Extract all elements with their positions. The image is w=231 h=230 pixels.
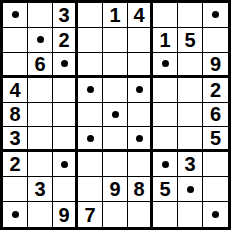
sudoku-cell[interactable] <box>78 127 103 152</box>
sudoku-cell[interactable] <box>178 202 203 227</box>
sudoku-cell[interactable] <box>178 103 203 128</box>
sudoku-cell[interactable] <box>203 28 228 53</box>
sudoku-cell[interactable] <box>78 28 103 53</box>
sudoku-cell[interactable] <box>28 78 53 103</box>
sudoku-cell[interactable]: 3 <box>53 3 78 28</box>
dot-marker <box>212 11 219 18</box>
given-digit: 3 <box>184 154 195 174</box>
sudoku-cell[interactable] <box>28 28 53 53</box>
sudoku-cell[interactable] <box>103 53 128 78</box>
sudoku-cell[interactable] <box>28 3 53 28</box>
sudoku-cell[interactable] <box>53 103 78 128</box>
dot-marker <box>87 86 94 93</box>
sudoku-cell[interactable] <box>128 152 153 177</box>
sudoku-cell[interactable] <box>128 78 153 103</box>
dot-marker <box>37 36 44 43</box>
given-digit: 9 <box>58 205 69 225</box>
given-digit: 6 <box>210 104 221 124</box>
given-digit: 6 <box>34 54 45 74</box>
sudoku-cell[interactable] <box>53 152 78 177</box>
sudoku-cell[interactable] <box>103 78 128 103</box>
sudoku-cell[interactable]: 2 <box>53 28 78 53</box>
given-digit: 4 <box>9 80 20 100</box>
sudoku-cell[interactable]: 5 <box>153 177 178 202</box>
dot-marker <box>12 11 19 18</box>
sudoku-cell[interactable] <box>178 78 203 103</box>
sudoku-cell[interactable]: 6 <box>203 103 228 128</box>
sudoku-cell[interactable]: 3 <box>28 177 53 202</box>
dot-marker <box>61 60 68 67</box>
sudoku-cell[interactable]: 5 <box>178 28 203 53</box>
given-digit: 5 <box>184 30 195 50</box>
sudoku-cell[interactable]: 4 <box>128 3 153 28</box>
sudoku-cell[interactable] <box>203 202 228 227</box>
sudoku-cell[interactable] <box>203 152 228 177</box>
sudoku-cell[interactable]: 9 <box>53 202 78 227</box>
sudoku-cell[interactable] <box>78 177 103 202</box>
sudoku-cell[interactable] <box>178 53 203 78</box>
sudoku-cell[interactable] <box>103 202 128 227</box>
sudoku-cell[interactable]: 3 <box>178 152 203 177</box>
sudoku-cell[interactable] <box>103 127 128 152</box>
sudoku-cell[interactable]: 2 <box>203 78 228 103</box>
dot-marker <box>212 211 219 218</box>
given-digit: 8 <box>133 179 144 199</box>
sudoku-board: 3142156942863523398597 <box>0 0 231 230</box>
sudoku-cell[interactable] <box>128 53 153 78</box>
dot-marker <box>162 60 169 67</box>
given-digit: 7 <box>84 205 95 225</box>
sudoku-cell[interactable] <box>3 3 28 28</box>
sudoku-cell[interactable]: 9 <box>103 177 128 202</box>
dot-marker <box>61 161 68 168</box>
sudoku-cell[interactable]: 6 <box>28 53 53 78</box>
sudoku-cell[interactable] <box>53 127 78 152</box>
dot-marker <box>136 86 143 93</box>
sudoku-cell[interactable] <box>153 78 178 103</box>
given-digit: 3 <box>58 5 69 25</box>
sudoku-cell[interactable] <box>78 103 103 128</box>
sudoku-cell[interactable]: 8 <box>3 103 28 128</box>
sudoku-cell[interactable]: 9 <box>203 53 228 78</box>
sudoku-cell[interactable]: 1 <box>103 3 128 28</box>
sudoku-cell[interactable] <box>153 3 178 28</box>
sudoku-cell[interactable] <box>28 103 53 128</box>
given-digit: 9 <box>210 54 221 74</box>
sudoku-cell[interactable] <box>103 28 128 53</box>
given-digit: 2 <box>58 30 69 50</box>
sudoku-cell[interactable] <box>78 3 103 28</box>
dot-marker <box>162 161 169 168</box>
given-digit: 1 <box>109 5 120 25</box>
sudoku-cell[interactable] <box>178 177 203 202</box>
sudoku-cell[interactable]: 7 <box>78 202 103 227</box>
sudoku-cell[interactable] <box>3 28 28 53</box>
sudoku-cell[interactable] <box>3 53 28 78</box>
given-digit: 1 <box>159 30 170 50</box>
given-digit: 4 <box>133 5 144 25</box>
sudoku-cell[interactable] <box>53 177 78 202</box>
sudoku-cell[interactable] <box>153 202 178 227</box>
sudoku-cell[interactable] <box>3 177 28 202</box>
sudoku-cell[interactable] <box>103 103 128 128</box>
dot-marker <box>112 111 119 118</box>
given-digit: 8 <box>9 104 20 124</box>
given-digit: 2 <box>9 154 20 174</box>
given-digit: 2 <box>210 80 221 100</box>
sudoku-cell[interactable] <box>178 3 203 28</box>
given-digit: 3 <box>9 128 20 148</box>
sudoku-cell[interactable] <box>128 202 153 227</box>
sudoku-cell[interactable] <box>78 53 103 78</box>
sudoku-cell[interactable]: 3 <box>3 127 28 152</box>
sudoku-cell[interactable] <box>28 152 53 177</box>
sudoku-cell[interactable] <box>153 103 178 128</box>
sudoku-cell[interactable] <box>53 78 78 103</box>
sudoku-cell[interactable] <box>153 152 178 177</box>
sudoku-cell[interactable] <box>28 127 53 152</box>
given-digit: 9 <box>109 179 120 199</box>
given-digit: 3 <box>34 179 45 199</box>
sudoku-cell[interactable] <box>128 28 153 53</box>
given-digit: 5 <box>159 179 170 199</box>
sudoku-cell[interactable] <box>103 152 128 177</box>
sudoku-cell[interactable] <box>203 3 228 28</box>
sudoku-cell[interactable] <box>153 127 178 152</box>
sudoku-cell[interactable]: 2 <box>3 152 28 177</box>
sudoku-cell[interactable] <box>28 202 53 227</box>
sudoku-cell[interactable]: 4 <box>3 78 28 103</box>
sudoku-cell[interactable] <box>178 127 203 152</box>
sudoku-cell[interactable] <box>128 127 153 152</box>
dot-marker <box>87 135 94 142</box>
sudoku-cell[interactable]: 5 <box>203 127 228 152</box>
given-digit: 5 <box>210 128 221 148</box>
dot-marker <box>136 135 143 142</box>
sudoku-cell[interactable] <box>128 103 153 128</box>
sudoku-cell[interactable]: 1 <box>153 28 178 53</box>
dot-marker <box>12 211 19 218</box>
sudoku-cell[interactable] <box>53 53 78 78</box>
sudoku-cell[interactable] <box>153 53 178 78</box>
sudoku-cell[interactable] <box>203 177 228 202</box>
dot-marker <box>187 186 194 193</box>
sudoku-cell[interactable] <box>3 202 28 227</box>
sudoku-cell[interactable] <box>78 78 103 103</box>
sudoku-cell[interactable]: 8 <box>128 177 153 202</box>
sudoku-cell[interactable] <box>78 152 103 177</box>
